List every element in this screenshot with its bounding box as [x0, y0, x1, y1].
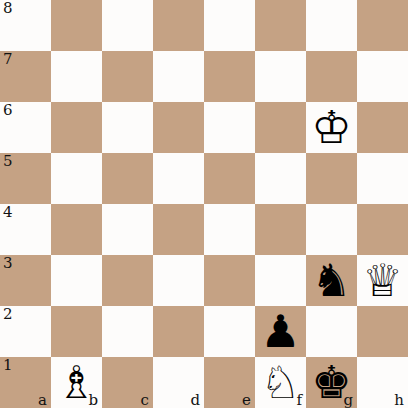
file-label-c: c [141, 392, 149, 408]
square-a8[interactable]: 8 [0, 0, 51, 51]
square-d1[interactable]: d [153, 357, 204, 408]
square-h7[interactable] [357, 51, 408, 102]
piece-black-king[interactable]: ♚ [306, 357, 357, 408]
piece-white-king[interactable]: ♔ [306, 102, 357, 153]
square-g6[interactable]: ♔ [306, 102, 357, 153]
square-a6[interactable]: 6 [0, 102, 51, 153]
square-h4[interactable] [357, 204, 408, 255]
square-c1[interactable]: c [102, 357, 153, 408]
piece-black-knight[interactable]: ♞ [306, 255, 357, 306]
square-f7[interactable] [255, 51, 306, 102]
square-g3[interactable]: ♞ [306, 255, 357, 306]
square-b5[interactable] [51, 153, 102, 204]
square-b8[interactable] [51, 0, 102, 51]
square-a5[interactable]: 5 [0, 153, 51, 204]
square-e1[interactable]: e [204, 357, 255, 408]
square-e6[interactable] [204, 102, 255, 153]
rank-label-7: 7 [3, 51, 13, 68]
square-f6[interactable] [255, 102, 306, 153]
square-d2[interactable] [153, 306, 204, 357]
square-d3[interactable] [153, 255, 204, 306]
square-d4[interactable] [153, 204, 204, 255]
square-a2[interactable]: 2 [0, 306, 51, 357]
square-a4[interactable]: 4 [0, 204, 51, 255]
file-label-e: e [242, 392, 251, 408]
square-a7[interactable]: 7 [0, 51, 51, 102]
piece-white-bishop[interactable]: ♗ [51, 357, 102, 408]
square-f1[interactable]: f♘ [255, 357, 306, 408]
square-b2[interactable] [51, 306, 102, 357]
rank-label-5: 5 [3, 153, 13, 170]
square-g1[interactable]: g♚ [306, 357, 357, 408]
rank-label-4: 4 [3, 204, 13, 221]
square-b4[interactable] [51, 204, 102, 255]
rank-label-1: 1 [3, 357, 13, 374]
square-b1[interactable]: b♗ [51, 357, 102, 408]
square-g4[interactable] [306, 204, 357, 255]
square-e3[interactable] [204, 255, 255, 306]
square-h3[interactable]: ♕ [357, 255, 408, 306]
square-c5[interactable] [102, 153, 153, 204]
square-h8[interactable] [357, 0, 408, 51]
square-c3[interactable] [102, 255, 153, 306]
square-f8[interactable] [255, 0, 306, 51]
square-c6[interactable] [102, 102, 153, 153]
piece-white-queen[interactable]: ♕ [357, 255, 408, 306]
chess-board: 876♔543♞♕2♟1ab♗cdef♘g♚h [0, 0, 408, 408]
rank-label-8: 8 [3, 0, 13, 17]
square-e2[interactable] [204, 306, 255, 357]
square-c8[interactable] [102, 0, 153, 51]
square-c4[interactable] [102, 204, 153, 255]
square-c7[interactable] [102, 51, 153, 102]
square-d8[interactable] [153, 0, 204, 51]
square-c2[interactable] [102, 306, 153, 357]
square-h1[interactable]: h [357, 357, 408, 408]
rank-label-2: 2 [3, 306, 13, 323]
square-g2[interactable] [306, 306, 357, 357]
square-f4[interactable] [255, 204, 306, 255]
square-f3[interactable] [255, 255, 306, 306]
square-d5[interactable] [153, 153, 204, 204]
square-d7[interactable] [153, 51, 204, 102]
square-f5[interactable] [255, 153, 306, 204]
square-g5[interactable] [306, 153, 357, 204]
square-b7[interactable] [51, 51, 102, 102]
square-h6[interactable] [357, 102, 408, 153]
file-label-a: a [38, 392, 47, 408]
rank-label-3: 3 [3, 255, 13, 272]
piece-white-knight[interactable]: ♘ [255, 357, 306, 408]
file-label-d: d [190, 392, 200, 408]
square-a3[interactable]: 3 [0, 255, 51, 306]
square-e5[interactable] [204, 153, 255, 204]
rank-label-6: 6 [3, 102, 13, 119]
file-label-h: h [394, 392, 404, 408]
square-e4[interactable] [204, 204, 255, 255]
square-f2[interactable]: ♟ [255, 306, 306, 357]
square-e8[interactable] [204, 0, 255, 51]
square-a1[interactable]: 1a [0, 357, 51, 408]
square-b6[interactable] [51, 102, 102, 153]
piece-black-pawn[interactable]: ♟ [255, 306, 306, 357]
square-b3[interactable] [51, 255, 102, 306]
square-e7[interactable] [204, 51, 255, 102]
square-g8[interactable] [306, 0, 357, 51]
square-h5[interactable] [357, 153, 408, 204]
square-h2[interactable] [357, 306, 408, 357]
square-g7[interactable] [306, 51, 357, 102]
square-d6[interactable] [153, 102, 204, 153]
